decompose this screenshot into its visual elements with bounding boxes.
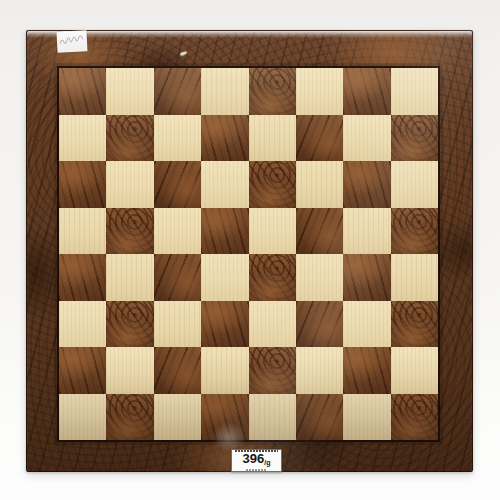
square-d4 bbox=[201, 254, 248, 301]
square-a7 bbox=[59, 115, 106, 162]
square-f8 bbox=[296, 68, 343, 115]
square-c8 bbox=[154, 68, 201, 115]
square-h2 bbox=[391, 347, 438, 394]
sticker-fine-print-2 bbox=[246, 469, 267, 471]
square-h5 bbox=[391, 208, 438, 255]
square-b2 bbox=[106, 347, 153, 394]
square-g2 bbox=[343, 347, 390, 394]
square-e8 bbox=[249, 68, 296, 115]
square-f2 bbox=[296, 347, 343, 394]
square-c5 bbox=[154, 208, 201, 255]
handwriting-scribble bbox=[56, 30, 87, 53]
square-d2 bbox=[201, 347, 248, 394]
square-d6 bbox=[201, 161, 248, 208]
glare-highlight bbox=[27, 31, 472, 38]
square-b4 bbox=[106, 254, 153, 301]
square-e4 bbox=[249, 254, 296, 301]
square-f1 bbox=[296, 394, 343, 441]
square-g4 bbox=[343, 254, 390, 301]
square-g1 bbox=[343, 394, 390, 441]
square-b3 bbox=[106, 301, 153, 348]
square-c1 bbox=[154, 394, 201, 441]
square-a5 bbox=[59, 208, 106, 255]
square-c6 bbox=[154, 161, 201, 208]
square-h1 bbox=[391, 394, 438, 441]
square-c7 bbox=[154, 115, 201, 162]
square-h4 bbox=[391, 254, 438, 301]
square-c2 bbox=[154, 347, 201, 394]
square-d7 bbox=[201, 115, 248, 162]
square-a6 bbox=[59, 161, 106, 208]
photo-background: 396/g bbox=[0, 0, 500, 500]
square-g7 bbox=[343, 115, 390, 162]
square-a2 bbox=[59, 347, 106, 394]
scratch-mark bbox=[180, 51, 188, 56]
square-f7 bbox=[296, 115, 343, 162]
square-e3 bbox=[249, 301, 296, 348]
square-h7 bbox=[391, 115, 438, 162]
square-h8 bbox=[391, 68, 438, 115]
square-e1 bbox=[249, 394, 296, 441]
square-e7 bbox=[249, 115, 296, 162]
square-d8 bbox=[201, 68, 248, 115]
auction-lot-sticker: 396/g bbox=[231, 449, 282, 472]
square-a8 bbox=[59, 68, 106, 115]
lot-number: 396/g bbox=[243, 453, 271, 468]
handwritten-corner-sticker bbox=[56, 30, 87, 53]
square-b5 bbox=[106, 208, 153, 255]
square-g3 bbox=[343, 301, 390, 348]
square-c3 bbox=[154, 301, 201, 348]
square-d5 bbox=[201, 208, 248, 255]
square-a1 bbox=[59, 394, 106, 441]
square-f4 bbox=[296, 254, 343, 301]
square-h3 bbox=[391, 301, 438, 348]
square-f6 bbox=[296, 161, 343, 208]
square-f5 bbox=[296, 208, 343, 255]
square-b7 bbox=[106, 115, 153, 162]
square-g8 bbox=[343, 68, 390, 115]
scuff-mark bbox=[212, 422, 246, 452]
square-b8 bbox=[106, 68, 153, 115]
square-a3 bbox=[59, 301, 106, 348]
square-g6 bbox=[343, 161, 390, 208]
square-a4 bbox=[59, 254, 106, 301]
lot-suffix: /g bbox=[264, 459, 270, 466]
square-g5 bbox=[343, 208, 390, 255]
square-d3 bbox=[201, 301, 248, 348]
square-e5 bbox=[249, 208, 296, 255]
square-b1 bbox=[106, 394, 153, 441]
square-e2 bbox=[249, 347, 296, 394]
square-h6 bbox=[391, 161, 438, 208]
square-c4 bbox=[154, 254, 201, 301]
square-b6 bbox=[106, 161, 153, 208]
square-f3 bbox=[296, 301, 343, 348]
chessboard: 396/g bbox=[26, 30, 473, 472]
board-squares bbox=[57, 66, 440, 442]
square-e6 bbox=[249, 161, 296, 208]
